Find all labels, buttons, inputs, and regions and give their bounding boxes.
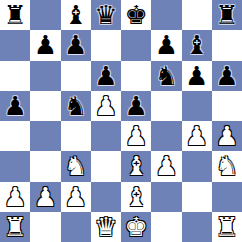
- piece-white-bishop: ♝: [124, 153, 147, 179]
- square-a3[interactable]: [0, 151, 30, 181]
- piece-white-pawn: ♟: [34, 184, 57, 210]
- square-f7[interactable]: ♟: [151, 30, 181, 60]
- square-g1[interactable]: [182, 212, 212, 242]
- square-f1[interactable]: [151, 212, 181, 242]
- square-f4[interactable]: [151, 121, 181, 151]
- square-a4[interactable]: [0, 121, 30, 151]
- piece-white-pawn: ♟: [124, 123, 147, 149]
- square-c7[interactable]: ♟: [61, 30, 91, 60]
- square-h4[interactable]: ♟: [212, 121, 242, 151]
- chess-board: ♜♝♛♚♜♟♟♟♝♟♞♟♟♟♞♟♟♟♟♟♞♝♟♞♟♟♟♝♜♛♚♜: [0, 0, 242, 242]
- square-h5[interactable]: [212, 91, 242, 121]
- piece-white-pawn: ♟: [94, 93, 117, 119]
- piece-white-knight: ♞: [215, 153, 238, 179]
- square-g3[interactable]: [182, 151, 212, 181]
- piece-black-pawn: ♟: [185, 63, 208, 89]
- piece-black-rook: ♜: [3, 2, 26, 28]
- square-c1[interactable]: [61, 212, 91, 242]
- square-c4[interactable]: [61, 121, 91, 151]
- piece-black-pawn: ♟: [124, 93, 147, 119]
- square-b1[interactable]: [30, 212, 60, 242]
- square-f6[interactable]: ♞: [151, 61, 181, 91]
- square-b6[interactable]: [30, 61, 60, 91]
- piece-black-pawn: ♟: [64, 32, 87, 58]
- piece-white-knight: ♞: [64, 153, 87, 179]
- piece-black-knight: ♞: [155, 63, 178, 89]
- square-d1[interactable]: ♛: [91, 212, 121, 242]
- square-e8[interactable]: ♚: [121, 0, 151, 30]
- piece-black-bishop: ♝: [185, 32, 208, 58]
- piece-white-bishop: ♝: [124, 184, 147, 210]
- square-e7[interactable]: [121, 30, 151, 60]
- square-d2[interactable]: [91, 182, 121, 212]
- square-c3[interactable]: ♞: [61, 151, 91, 181]
- piece-white-pawn: ♟: [3, 184, 26, 210]
- square-c2[interactable]: ♟: [61, 182, 91, 212]
- square-f2[interactable]: [151, 182, 181, 212]
- piece-white-pawn: ♟: [64, 184, 87, 210]
- square-d4[interactable]: [91, 121, 121, 151]
- square-h3[interactable]: ♞: [212, 151, 242, 181]
- piece-black-pawn: ♟: [155, 32, 178, 58]
- piece-black-bishop: ♝: [64, 2, 87, 28]
- square-c6[interactable]: [61, 61, 91, 91]
- square-a8[interactable]: ♜: [0, 0, 30, 30]
- piece-black-pawn: ♟: [34, 32, 57, 58]
- piece-black-pawn: ♟: [215, 63, 238, 89]
- square-d6[interactable]: ♟: [91, 61, 121, 91]
- piece-white-pawn: ♟: [185, 123, 208, 149]
- square-h6[interactable]: ♟: [212, 61, 242, 91]
- square-h2[interactable]: [212, 182, 242, 212]
- square-b3[interactable]: [30, 151, 60, 181]
- piece-white-king: ♚: [124, 214, 147, 240]
- piece-white-queen: ♛: [94, 214, 117, 240]
- square-b4[interactable]: [30, 121, 60, 151]
- chess-board-container: ♜♝♛♚♜♟♟♟♝♟♞♟♟♟♞♟♟♟♟♟♞♝♟♞♟♟♟♝♜♛♚♜: [0, 0, 242, 242]
- square-d3[interactable]: [91, 151, 121, 181]
- piece-white-pawn: ♟: [155, 153, 178, 179]
- square-b7[interactable]: ♟: [30, 30, 60, 60]
- piece-black-king: ♚: [124, 2, 147, 28]
- piece-black-pawn: ♟: [3, 93, 26, 119]
- square-e4[interactable]: ♟: [121, 121, 151, 151]
- square-a7[interactable]: [0, 30, 30, 60]
- square-c8[interactable]: ♝: [61, 0, 91, 30]
- piece-black-queen: ♛: [94, 2, 117, 28]
- square-c5[interactable]: ♞: [61, 91, 91, 121]
- square-b8[interactable]: [30, 0, 60, 30]
- piece-black-rook: ♜: [215, 2, 238, 28]
- square-g5[interactable]: [182, 91, 212, 121]
- square-d8[interactable]: ♛: [91, 0, 121, 30]
- piece-black-knight: ♞: [64, 93, 87, 119]
- square-d5[interactable]: ♟: [91, 91, 121, 121]
- square-b5[interactable]: [30, 91, 60, 121]
- square-g8[interactable]: [182, 0, 212, 30]
- square-a2[interactable]: ♟: [0, 182, 30, 212]
- square-g4[interactable]: ♟: [182, 121, 212, 151]
- piece-white-rook: ♜: [3, 214, 26, 240]
- square-g7[interactable]: ♝: [182, 30, 212, 60]
- square-a5[interactable]: ♟: [0, 91, 30, 121]
- square-f3[interactable]: ♟: [151, 151, 181, 181]
- piece-white-pawn: ♟: [215, 123, 238, 149]
- square-h1[interactable]: ♜: [212, 212, 242, 242]
- square-e5[interactable]: ♟: [121, 91, 151, 121]
- square-a1[interactable]: ♜: [0, 212, 30, 242]
- square-a6[interactable]: [0, 61, 30, 91]
- square-e3[interactable]: ♝: [121, 151, 151, 181]
- square-h8[interactable]: ♜: [212, 0, 242, 30]
- square-d7[interactable]: [91, 30, 121, 60]
- square-g2[interactable]: [182, 182, 212, 212]
- piece-black-pawn: ♟: [94, 63, 117, 89]
- piece-white-rook: ♜: [215, 214, 238, 240]
- square-e1[interactable]: ♚: [121, 212, 151, 242]
- square-e2[interactable]: ♝: [121, 182, 151, 212]
- square-f5[interactable]: [151, 91, 181, 121]
- square-f8[interactable]: [151, 0, 181, 30]
- square-h7[interactable]: [212, 30, 242, 60]
- square-g6[interactable]: ♟: [182, 61, 212, 91]
- square-b2[interactable]: ♟: [30, 182, 60, 212]
- square-e6[interactable]: [121, 61, 151, 91]
